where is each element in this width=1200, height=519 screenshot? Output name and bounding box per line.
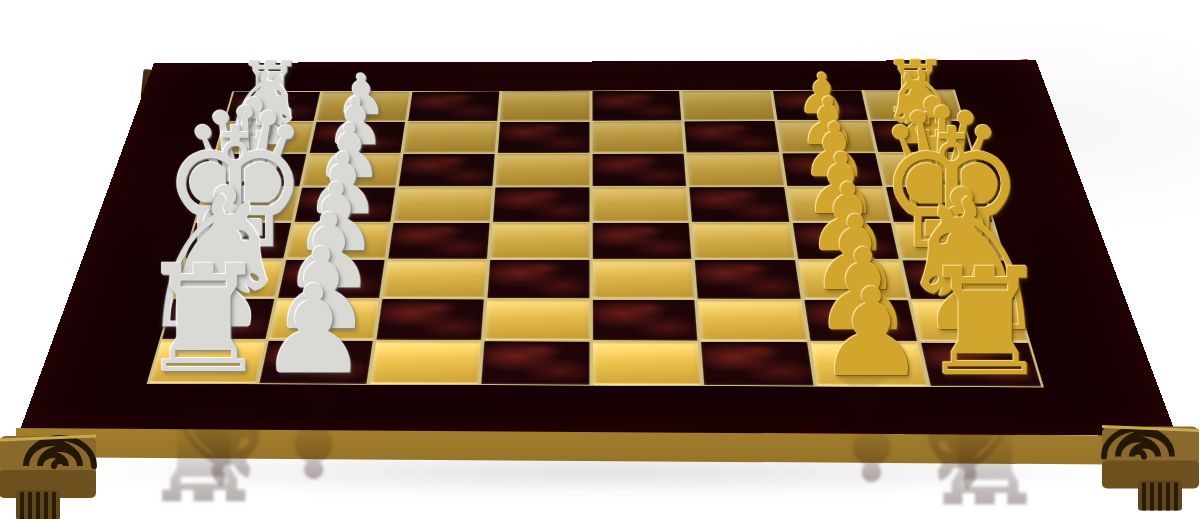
piece-gold-rook-h8[interactable]: ♜	[918, 249, 1051, 397]
chess-set-photo: ♜♟♟♜♞♟♟♞♝♟♟♝♛♟♟♛♚♟♟♚♝♟♟♝♞♞♟♟♟♟♞♞♜♜♟♟♟♟♜♜	[0, 0, 1200, 519]
piece-silver-pawn-h2[interactable]: ♟	[259, 269, 368, 391]
pieces-layer: ♜♟♟♜♞♟♟♞♝♟♟♝♛♟♟♛♚♟♟♚♝♟♟♝♞♞♟♟♟♟♞♞♜♜♟♟♟♟♜♜	[0, 0, 1200, 519]
piece-silver-rook-h1[interactable]: ♜	[137, 246, 270, 394]
piece-gold-pawn-h7[interactable]: ♟	[817, 271, 926, 393]
board-leg-front-right	[1100, 418, 1200, 513]
scroll-leg-icon	[1100, 418, 1200, 513]
board-leg-front-left	[0, 430, 98, 519]
scroll-leg-icon	[0, 430, 98, 519]
